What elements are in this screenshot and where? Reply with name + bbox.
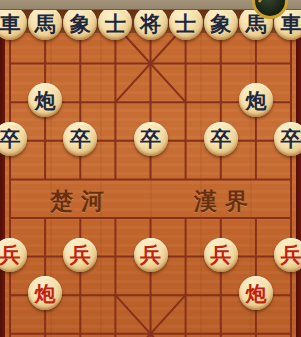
piece-black-馬[interactable]: 馬	[28, 6, 62, 40]
piece-red-炮[interactable]: 炮	[28, 276, 62, 310]
piece-red-兵[interactable]: 兵	[204, 238, 238, 272]
piece-black-卒[interactable]: 卒	[0, 122, 27, 156]
piece-black-象[interactable]: 象	[63, 6, 97, 40]
piece-red-兵[interactable]: 兵	[134, 238, 168, 272]
piece-red-兵[interactable]: 兵	[274, 238, 301, 272]
piece-black-士[interactable]: 士	[169, 6, 203, 40]
piece-black-卒[interactable]: 卒	[274, 122, 301, 156]
pieces-layer: 車馬象士将士象馬車炮炮卒卒卒卒卒兵兵兵兵兵炮炮	[0, 0, 301, 337]
piece-red-兵[interactable]: 兵	[63, 238, 97, 272]
piece-red-炮[interactable]: 炮	[239, 276, 273, 310]
piece-black-車[interactable]: 車	[0, 6, 27, 40]
corner-icon-swirl	[255, 0, 279, 10]
piece-black-卒[interactable]: 卒	[204, 122, 238, 156]
piece-black-象[interactable]: 象	[204, 6, 238, 40]
piece-black-炮[interactable]: 炮	[239, 83, 273, 117]
piece-black-炮[interactable]: 炮	[28, 83, 62, 117]
piece-black-士[interactable]: 士	[98, 6, 132, 40]
piece-black-卒[interactable]: 卒	[63, 122, 97, 156]
piece-red-兵[interactable]: 兵	[0, 238, 27, 272]
piece-black-将[interactable]: 将	[134, 6, 168, 40]
piece-black-卒[interactable]: 卒	[134, 122, 168, 156]
